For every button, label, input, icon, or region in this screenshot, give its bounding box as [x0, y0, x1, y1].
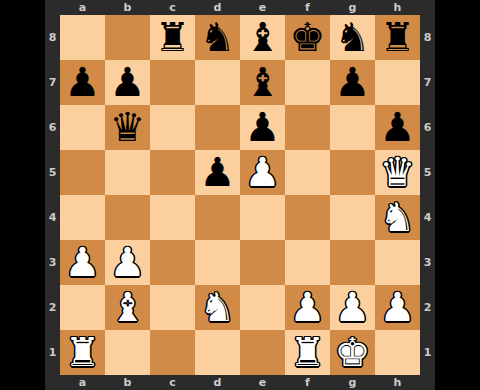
- file-label-b: b: [105, 0, 150, 15]
- piece-black-king[interactable]: ♚: [290, 15, 326, 60]
- file-label-c: c: [150, 375, 195, 390]
- square-g7[interactable]: ♟: [330, 60, 375, 105]
- rank-labels-right: 87654321: [420, 15, 435, 375]
- piece-black-pawn[interactable]: ♟: [335, 60, 371, 105]
- square-d1[interactable]: [195, 330, 240, 375]
- square-c8[interactable]: ♜: [150, 15, 195, 60]
- piece-white-knight[interactable]: ♞: [200, 285, 236, 330]
- file-label-e: e: [240, 375, 285, 390]
- file-label-h: h: [375, 375, 420, 390]
- rank-label-8: 8: [45, 15, 60, 60]
- file-label-h: h: [375, 0, 420, 15]
- rank-label-6: 6: [45, 105, 60, 150]
- piece-black-pawn[interactable]: ♟: [200, 150, 236, 195]
- square-f6[interactable]: [285, 105, 330, 150]
- rank-label-8: 8: [420, 15, 435, 60]
- file-label-f: f: [285, 0, 330, 15]
- square-b4[interactable]: [105, 195, 150, 240]
- piece-black-rook[interactable]: ♜: [380, 15, 416, 60]
- square-f3[interactable]: [285, 240, 330, 285]
- rank-label-1: 1: [45, 330, 60, 375]
- square-g6[interactable]: [330, 105, 375, 150]
- rank-label-7: 7: [420, 60, 435, 105]
- square-g1[interactable]: ♚: [330, 330, 375, 375]
- square-f1[interactable]: ♜: [285, 330, 330, 375]
- square-a8[interactable]: [60, 15, 105, 60]
- rank-label-4: 4: [45, 195, 60, 240]
- piece-black-pawn[interactable]: ♟: [65, 60, 101, 105]
- square-h4[interactable]: ♞: [375, 195, 420, 240]
- square-f5[interactable]: [285, 150, 330, 195]
- square-g3[interactable]: [330, 240, 375, 285]
- piece-white-pawn[interactable]: ♟: [290, 285, 326, 330]
- piece-black-bishop[interactable]: ♝: [245, 60, 281, 105]
- square-f4[interactable]: [285, 195, 330, 240]
- square-a4[interactable]: [60, 195, 105, 240]
- square-f2[interactable]: ♟: [285, 285, 330, 330]
- square-c3[interactable]: [150, 240, 195, 285]
- square-f7[interactable]: [285, 60, 330, 105]
- square-d7[interactable]: [195, 60, 240, 105]
- piece-white-queen[interactable]: ♛: [380, 150, 416, 195]
- file-label-d: d: [195, 375, 240, 390]
- square-e1[interactable]: [240, 330, 285, 375]
- square-d8[interactable]: ♞: [195, 15, 240, 60]
- square-b8[interactable]: [105, 15, 150, 60]
- rank-label-2: 2: [420, 285, 435, 330]
- square-a1[interactable]: ♜: [60, 330, 105, 375]
- rank-label-1: 1: [420, 330, 435, 375]
- file-label-c: c: [150, 0, 195, 15]
- square-b7[interactable]: ♟: [105, 60, 150, 105]
- square-d6[interactable]: [195, 105, 240, 150]
- square-h8[interactable]: ♜: [375, 15, 420, 60]
- square-b2[interactable]: ♝: [105, 285, 150, 330]
- square-a7[interactable]: ♟: [60, 60, 105, 105]
- square-d5[interactable]: ♟: [195, 150, 240, 195]
- piece-black-knight[interactable]: ♞: [335, 15, 371, 60]
- square-g5[interactable]: [330, 150, 375, 195]
- square-g8[interactable]: ♞: [330, 15, 375, 60]
- square-b6[interactable]: ♛: [105, 105, 150, 150]
- square-b3[interactable]: ♟: [105, 240, 150, 285]
- piece-black-pawn[interactable]: ♟: [380, 105, 416, 150]
- square-h7[interactable]: [375, 60, 420, 105]
- piece-white-pawn[interactable]: ♟: [335, 285, 371, 330]
- rank-label-5: 5: [420, 150, 435, 195]
- piece-white-bishop[interactable]: ♝: [110, 285, 146, 330]
- piece-black-pawn[interactable]: ♟: [110, 60, 146, 105]
- piece-black-pawn[interactable]: ♟: [245, 105, 281, 150]
- rank-label-2: 2: [45, 285, 60, 330]
- square-d3[interactable]: [195, 240, 240, 285]
- square-h2[interactable]: ♟: [375, 285, 420, 330]
- chess-board[interactable]: ♜♞♝♚♞♜♟♟♝♟♛♟♟♟♟♛♞♟♟♝♞♟♟♟♜♜♚: [60, 15, 420, 375]
- square-c1[interactable]: [150, 330, 195, 375]
- piece-black-knight[interactable]: ♞: [200, 15, 236, 60]
- rank-label-6: 6: [420, 105, 435, 150]
- file-label-a: a: [60, 375, 105, 390]
- rank-label-3: 3: [45, 240, 60, 285]
- square-e8[interactable]: ♝: [240, 15, 285, 60]
- square-a6[interactable]: [60, 105, 105, 150]
- rank-label-4: 4: [420, 195, 435, 240]
- piece-white-pawn[interactable]: ♟: [245, 150, 281, 195]
- rank-label-3: 3: [420, 240, 435, 285]
- rank-label-5: 5: [45, 150, 60, 195]
- square-c6[interactable]: [150, 105, 195, 150]
- square-h6[interactable]: ♟: [375, 105, 420, 150]
- square-a5[interactable]: [60, 150, 105, 195]
- square-a2[interactable]: [60, 285, 105, 330]
- square-e2[interactable]: [240, 285, 285, 330]
- square-h5[interactable]: ♛: [375, 150, 420, 195]
- piece-black-queen[interactable]: ♛: [110, 105, 146, 150]
- square-e6[interactable]: ♟: [240, 105, 285, 150]
- square-c2[interactable]: [150, 285, 195, 330]
- rank-label-7: 7: [45, 60, 60, 105]
- file-label-g: g: [330, 375, 375, 390]
- square-h1[interactable]: [375, 330, 420, 375]
- chessboard-widget: abcdefgh abcdefgh 87654321 87654321 ♜♞♝♚…: [0, 0, 480, 390]
- piece-white-rook[interactable]: ♜: [290, 330, 326, 375]
- square-b1[interactable]: [105, 330, 150, 375]
- square-d4[interactable]: [195, 195, 240, 240]
- square-c5[interactable]: [150, 150, 195, 195]
- file-label-b: b: [105, 375, 150, 390]
- square-f8[interactable]: ♚: [285, 15, 330, 60]
- board-frame: abcdefgh abcdefgh 87654321 87654321 ♜♞♝♚…: [45, 0, 435, 390]
- square-h3[interactable]: [375, 240, 420, 285]
- piece-white-pawn[interactable]: ♟: [110, 240, 146, 285]
- square-e5[interactable]: ♟: [240, 150, 285, 195]
- rank-labels-left: 87654321: [45, 15, 60, 375]
- file-label-f: f: [285, 375, 330, 390]
- square-e7[interactable]: ♝: [240, 60, 285, 105]
- piece-white-pawn[interactable]: ♟: [65, 240, 101, 285]
- square-d2[interactable]: ♞: [195, 285, 240, 330]
- square-a3[interactable]: ♟: [60, 240, 105, 285]
- piece-white-king[interactable]: ♚: [335, 330, 371, 375]
- square-e4[interactable]: [240, 195, 285, 240]
- piece-black-bishop[interactable]: ♝: [245, 15, 281, 60]
- piece-white-rook[interactable]: ♜: [65, 330, 101, 375]
- piece-white-pawn[interactable]: ♟: [380, 285, 416, 330]
- file-labels-bottom: abcdefgh: [60, 375, 420, 390]
- file-label-e: e: [240, 0, 285, 15]
- file-labels-top: abcdefgh: [60, 0, 420, 15]
- piece-black-rook[interactable]: ♜: [155, 15, 191, 60]
- square-c7[interactable]: [150, 60, 195, 105]
- file-label-a: a: [60, 0, 105, 15]
- square-e3[interactable]: [240, 240, 285, 285]
- file-label-d: d: [195, 0, 240, 15]
- square-b5[interactable]: [105, 150, 150, 195]
- square-c4[interactable]: [150, 195, 195, 240]
- file-label-g: g: [330, 0, 375, 15]
- square-g2[interactable]: ♟: [330, 285, 375, 330]
- square-g4[interactable]: [330, 195, 375, 240]
- piece-white-knight[interactable]: ♞: [380, 195, 416, 240]
